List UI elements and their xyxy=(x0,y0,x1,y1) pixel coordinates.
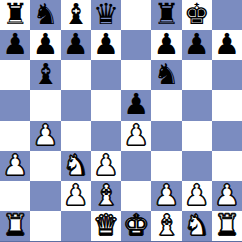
piece-black-pawn[interactable]: ♟ xyxy=(184,30,210,59)
square-a4[interactable] xyxy=(0,121,30,151)
piece-white-pawn[interactable]: ♟ xyxy=(63,181,89,210)
square-f4[interactable] xyxy=(151,121,181,151)
square-d5[interactable] xyxy=(91,90,121,120)
square-c8[interactable]: ♝ xyxy=(61,0,91,30)
piece-black-knight[interactable]: ♞ xyxy=(32,0,58,29)
square-e1[interactable]: ♚ xyxy=(121,211,151,241)
square-f2[interactable]: ♟ xyxy=(151,181,181,211)
piece-white-bishop[interactable]: ♝ xyxy=(153,211,179,240)
piece-white-rook[interactable]: ♜ xyxy=(2,211,28,240)
square-f7[interactable]: ♟ xyxy=(151,30,181,60)
piece-white-rook[interactable]: ♜ xyxy=(214,211,240,240)
square-h7[interactable]: ♟ xyxy=(212,30,242,60)
square-h3[interactable] xyxy=(212,151,242,181)
square-c2[interactable]: ♟ xyxy=(61,181,91,211)
piece-black-pawn[interactable]: ♟ xyxy=(123,90,149,119)
square-f5[interactable] xyxy=(151,90,181,120)
piece-white-bishop[interactable]: ♝ xyxy=(93,181,119,210)
square-a3[interactable]: ♟ xyxy=(0,151,30,181)
piece-black-pawn[interactable]: ♟ xyxy=(32,30,58,59)
piece-white-pawn[interactable]: ♟ xyxy=(153,181,179,210)
piece-black-pawn[interactable]: ♟ xyxy=(93,30,119,59)
square-d1[interactable]: ♛ xyxy=(91,211,121,241)
square-b5[interactable] xyxy=(30,90,60,120)
square-f1[interactable]: ♝ xyxy=(151,211,181,241)
square-h1[interactable]: ♜ xyxy=(212,211,242,241)
square-h5[interactable] xyxy=(212,90,242,120)
square-c7[interactable]: ♟ xyxy=(61,30,91,60)
square-h6[interactable] xyxy=(212,60,242,90)
square-c4[interactable] xyxy=(61,121,91,151)
square-g5[interactable] xyxy=(182,90,212,120)
piece-black-pawn[interactable]: ♟ xyxy=(153,30,179,59)
piece-black-rook[interactable]: ♜ xyxy=(2,0,28,29)
piece-black-pawn[interactable]: ♟ xyxy=(2,30,28,59)
piece-white-pawn[interactable]: ♟ xyxy=(2,151,28,180)
square-a2[interactable] xyxy=(0,181,30,211)
square-c5[interactable] xyxy=(61,90,91,120)
square-g4[interactable] xyxy=(182,121,212,151)
square-a6[interactable] xyxy=(0,60,30,90)
square-b2[interactable] xyxy=(30,181,60,211)
square-g7[interactable]: ♟ xyxy=(182,30,212,60)
piece-white-king[interactable]: ♚ xyxy=(123,211,149,240)
square-c1[interactable] xyxy=(61,211,91,241)
square-b4[interactable]: ♟ xyxy=(30,121,60,151)
square-d6[interactable] xyxy=(91,60,121,90)
square-b3[interactable] xyxy=(30,151,60,181)
piece-white-queen[interactable]: ♛ xyxy=(93,211,119,240)
square-d7[interactable]: ♟ xyxy=(91,30,121,60)
square-e6[interactable] xyxy=(121,60,151,90)
square-c3[interactable]: ♞ xyxy=(61,151,91,181)
piece-white-knight[interactable]: ♞ xyxy=(63,151,89,180)
square-f6[interactable]: ♞ xyxy=(151,60,181,90)
square-e7[interactable] xyxy=(121,30,151,60)
square-b7[interactable]: ♟ xyxy=(30,30,60,60)
square-a8[interactable]: ♜ xyxy=(0,0,30,30)
square-g1[interactable]: ♞ xyxy=(182,211,212,241)
piece-white-knight[interactable]: ♞ xyxy=(184,211,210,240)
square-b6[interactable]: ♝ xyxy=(30,60,60,90)
piece-white-pawn[interactable]: ♟ xyxy=(214,181,240,210)
square-d3[interactable]: ♟ xyxy=(91,151,121,181)
square-g3[interactable] xyxy=(182,151,212,181)
square-b1[interactable] xyxy=(30,211,60,241)
square-e3[interactable] xyxy=(121,151,151,181)
square-g6[interactable] xyxy=(182,60,212,90)
piece-black-pawn[interactable]: ♟ xyxy=(63,30,89,59)
piece-black-queen[interactable]: ♛ xyxy=(93,0,119,29)
square-e8[interactable] xyxy=(121,0,151,30)
square-h8[interactable] xyxy=(212,0,242,30)
square-e2[interactable] xyxy=(121,181,151,211)
piece-black-bishop[interactable]: ♝ xyxy=(63,0,89,29)
piece-white-pawn[interactable]: ♟ xyxy=(32,121,58,150)
square-a7[interactable]: ♟ xyxy=(0,30,30,60)
piece-white-pawn[interactable]: ♟ xyxy=(184,181,210,210)
square-g2[interactable]: ♟ xyxy=(182,181,212,211)
piece-white-pawn[interactable]: ♟ xyxy=(123,121,149,150)
square-g8[interactable]: ♚ xyxy=(182,0,212,30)
square-f8[interactable]: ♜ xyxy=(151,0,181,30)
square-b8[interactable]: ♞ xyxy=(30,0,60,30)
square-f3[interactable] xyxy=(151,151,181,181)
piece-white-pawn[interactable]: ♟ xyxy=(93,151,119,180)
square-e5[interactable]: ♟ xyxy=(121,90,151,120)
square-d8[interactable]: ♛ xyxy=(91,0,121,30)
piece-black-pawn[interactable]: ♟ xyxy=(214,30,240,59)
square-e4[interactable]: ♟ xyxy=(121,121,151,151)
square-c6[interactable] xyxy=(61,60,91,90)
chess-board: ♜♞♝♛♜♚♟♟♟♟♟♟♟♝♞♟♟♟♟♞♟♟♝♟♟♟♜♛♚♝♞♜ xyxy=(0,0,242,242)
piece-black-knight[interactable]: ♞ xyxy=(153,60,179,89)
square-h4[interactable] xyxy=(212,121,242,151)
square-d4[interactable] xyxy=(91,121,121,151)
square-d2[interactable]: ♝ xyxy=(91,181,121,211)
square-a5[interactable] xyxy=(0,90,30,120)
piece-black-bishop[interactable]: ♝ xyxy=(32,60,58,89)
square-a1[interactable]: ♜ xyxy=(0,211,30,241)
piece-black-rook[interactable]: ♜ xyxy=(153,0,179,29)
piece-black-king[interactable]: ♚ xyxy=(184,0,210,29)
square-h2[interactable]: ♟ xyxy=(212,181,242,211)
